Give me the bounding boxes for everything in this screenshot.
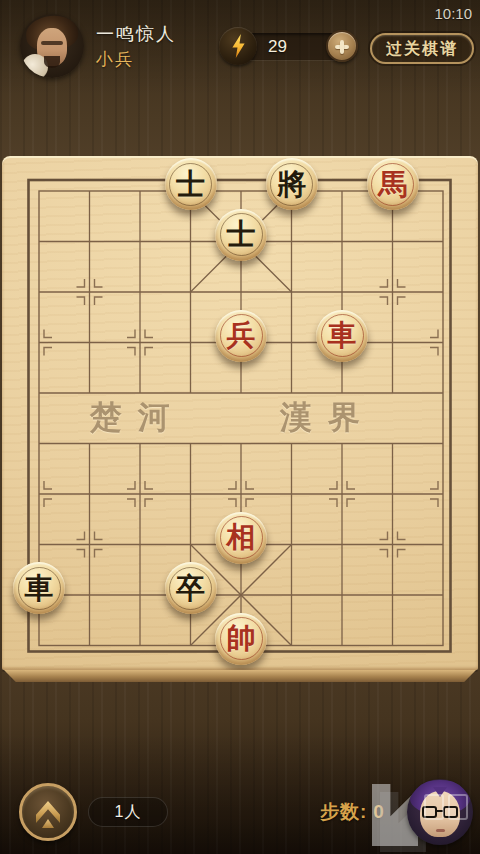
red-player-avatar[interactable] <box>20 14 84 78</box>
xiangqi-board[interactable]: 楚河 漢界 士將馬士兵車相車卒帥 <box>2 156 478 670</box>
avatar-mouth <box>436 829 445 832</box>
expand-menu-button[interactable] <box>19 783 77 841</box>
level-records-button[interactable]: 过关棋谱 <box>370 33 474 64</box>
avatar-brow <box>41 41 63 45</box>
move-counter-label: 步数: <box>320 801 367 822</box>
player-rank: 小兵 <box>96 48 134 71</box>
avatar-beard <box>44 56 60 68</box>
piece-black-車[interactable]: 車 <box>13 562 65 614</box>
player-name: 一鸣惊人 <box>96 22 176 46</box>
piece-red-車[interactable]: 車 <box>316 310 368 362</box>
piece-black-士[interactable]: 士 <box>215 209 267 261</box>
chevron-up-icon <box>42 819 54 828</box>
energy-pill: 29 <box>224 33 352 60</box>
watermark-text <box>424 794 470 824</box>
piece-black-將[interactable]: 將 <box>266 158 318 210</box>
status-clock: 10:10 <box>434 5 472 22</box>
piece-red-兵[interactable]: 兵 <box>215 310 267 362</box>
pieces-layer: 士將馬士兵車相車卒帥 <box>2 156 478 670</box>
header-bar: 一鸣惊人 小兵 29 过关棋谱 10:10 <box>0 0 480 95</box>
board-bottom-bevel <box>4 670 476 682</box>
piece-black-卒[interactable]: 卒 <box>165 562 217 614</box>
piece-red-帥[interactable]: 帥 <box>215 613 267 665</box>
piece-red-相[interactable]: 相 <box>215 512 267 564</box>
energy-count: 29 <box>268 37 287 57</box>
piece-black-士[interactable]: 士 <box>165 158 217 210</box>
add-energy-button[interactable] <box>326 30 358 62</box>
lightning-bolt-icon <box>219 27 257 65</box>
piece-red-馬[interactable]: 馬 <box>367 158 419 210</box>
players-count-pill[interactable]: 1人 <box>88 797 168 827</box>
plus-icon <box>340 40 344 54</box>
